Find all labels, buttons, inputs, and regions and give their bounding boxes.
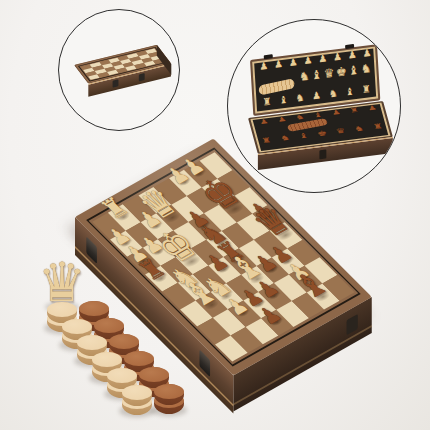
stored-piece-r: ♜: [261, 136, 273, 144]
stored-piece-P: ♟: [318, 53, 327, 64]
dark-checker: [154, 384, 184, 405]
stored-piece-p: ♟: [367, 104, 378, 111]
stored-piece-r: ♜: [372, 122, 384, 130]
stored-piece-P: ♟: [362, 48, 371, 59]
stored-piece-B: ♝: [311, 68, 322, 81]
stored-piece-p: ♟: [277, 116, 288, 123]
stored-piece-P: ♟: [333, 52, 342, 63]
hinge-icon: [347, 314, 358, 335]
stored-piece-P: ♟: [259, 61, 268, 72]
stored-piece-N: ♞: [360, 62, 371, 75]
stored-piece-B: ♝: [348, 64, 359, 77]
light-checker: [122, 385, 152, 406]
latch-icon: [113, 79, 119, 87]
light-checker-stack[interactable]: [122, 385, 152, 417]
stored-piece-P: ♟: [303, 55, 312, 66]
stored-piece-n: ♞: [279, 134, 291, 142]
stored-piece-R: ♜: [262, 97, 271, 108]
stored-piece-K: ♚: [336, 65, 347, 78]
stored-piece-p: ♟: [259, 118, 270, 125]
latch-icon: [139, 73, 145, 81]
stored-piece-k: ♚: [316, 129, 328, 137]
dark-P-glyph: ♟: [254, 302, 286, 328]
stored-piece-P: ♟: [348, 50, 357, 61]
product-photo: ♟♟♟♟♟♟♟♟ ♞♝♛♚♝♞ ♜♝♞♟♞♝♜ ♟♟♞♝♟♜♟ ♜♞♝♚♛♞♜ …: [0, 0, 430, 430]
stored-piece-N: ♞: [328, 88, 337, 99]
dark-checker-stack[interactable]: [154, 384, 184, 416]
stored-piece-P: ♟: [289, 57, 298, 68]
stored-piece-p: ♟: [331, 109, 342, 116]
stored-piece-B: ♝: [279, 95, 288, 106]
stored-piece-N: ♞: [295, 93, 304, 104]
latch-icon: [199, 349, 210, 377]
stored-piece-R: ♜: [361, 84, 370, 95]
stored-piece-N: ♞: [299, 70, 310, 83]
stored-piece-n: ♞: [295, 114, 306, 121]
stored-piece-b: ♝: [298, 132, 310, 140]
dark-Q-glyph: ♛: [245, 200, 299, 244]
dark-B-glyph: ♝: [287, 266, 334, 304]
stored-piece-r: ♜: [349, 107, 360, 114]
stored-piece-q: ♛: [335, 127, 347, 135]
stored-piece-n: ♞: [353, 125, 365, 133]
inset-folded-board: [58, 9, 180, 131]
stored-piece-P: ♟: [274, 59, 283, 70]
stored-piece-P: ♟: [312, 90, 321, 101]
stored-piece-b: ♝: [313, 111, 324, 118]
stored-piece-B: ♝: [345, 86, 354, 97]
stored-piece-Q: ♛: [323, 67, 334, 80]
latch-icon: [86, 236, 97, 264]
inset-open-case: ♟♟♟♟♟♟♟♟ ♞♝♛♚♝♞ ♜♝♞♟♞♝♜ ♟♟♞♝♟♜♟ ♜♞♝♚♛♞♜: [227, 19, 401, 193]
latch-icon: [319, 149, 326, 159]
